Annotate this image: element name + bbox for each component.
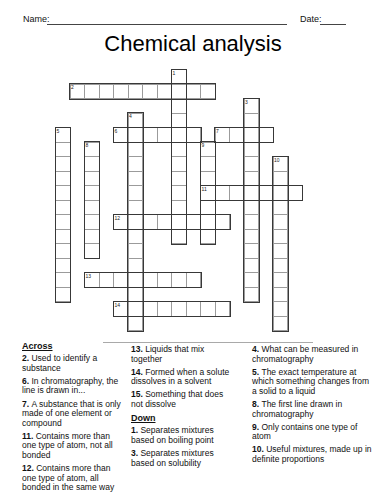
grid-cell[interactable] [244, 171, 260, 187]
grid-cell[interactable] [157, 301, 173, 317]
clue-column-left: Across2. Used to identify a substance6. … [22, 341, 126, 496]
grid-cell[interactable] [128, 113, 144, 129]
clue-11: 11. Contains more than one type of atom,… [22, 432, 126, 461]
grid-cell[interactable] [128, 142, 144, 158]
grid-cell[interactable] [244, 113, 260, 129]
grid-cell[interactable] [273, 200, 289, 216]
name-label: Name: [23, 14, 50, 24]
grid-cell[interactable] [200, 156, 216, 172]
date-label: Date: [300, 14, 322, 24]
grid-cell[interactable] [128, 200, 144, 216]
clue-10: 10. Useful mixtures, made up in definite… [252, 445, 372, 464]
grid-cell[interactable] [55, 229, 71, 245]
grid-cell[interactable] [55, 185, 71, 201]
grid-cell[interactable] [244, 243, 260, 259]
clue-3: 3. Separates mixtures based on solubilit… [131, 449, 232, 468]
grid-cell[interactable] [55, 142, 71, 158]
grid-cell[interactable] [200, 185, 216, 201]
grid-cell[interactable] [273, 214, 289, 230]
grid-cell[interactable] [244, 287, 260, 303]
grid-cell[interactable] [171, 142, 187, 158]
clue-1: 1. Separates mixtures based on boiling p… [131, 426, 232, 445]
down-header: Down [131, 413, 232, 423]
grid-cell[interactable] [244, 200, 260, 216]
grid-cell[interactable] [273, 185, 289, 201]
grid-cell[interactable] [171, 185, 187, 201]
grid-cell[interactable] [157, 214, 173, 230]
grid-cell[interactable] [215, 301, 231, 317]
grid-cell[interactable] [244, 127, 260, 143]
grid-cell[interactable] [200, 171, 216, 187]
clue-14: 14. Formed when a solute dissolves in a … [131, 368, 232, 387]
grid-cell[interactable] [84, 243, 100, 259]
grid-cell[interactable] [200, 200, 216, 216]
grid-cell[interactable] [244, 185, 260, 201]
clue-5: 5. The exact temperature at which someth… [252, 368, 372, 397]
grid-cell[interactable] [186, 272, 202, 288]
grid-cell[interactable] [171, 301, 187, 317]
grid-cell[interactable] [200, 301, 216, 317]
grid-cell[interactable] [171, 113, 187, 129]
grid-cell[interactable] [215, 185, 231, 201]
grid-cell[interactable] [229, 185, 245, 201]
clue-column-middle: 13. Liquids that mix together14. Formed … [131, 345, 232, 472]
grid-cell[interactable] [200, 84, 216, 100]
grid-cell[interactable] [171, 84, 187, 100]
grid-cell[interactable] [229, 127, 245, 143]
grid-cell[interactable] [113, 214, 129, 230]
grid-cell[interactable] [273, 287, 289, 303]
grid-cell[interactable] [171, 98, 187, 114]
grid-cell[interactable] [186, 84, 202, 100]
grid-cell[interactable] [128, 156, 144, 172]
grid-cell[interactable] [128, 84, 144, 100]
grid-cell[interactable] [273, 316, 289, 332]
grid-cell[interactable] [142, 214, 158, 230]
grid-cell[interactable] [244, 156, 260, 172]
grid-cell[interactable] [55, 287, 71, 303]
grid-cell[interactable] [84, 272, 100, 288]
clue-column-right: 4. What can be measured in chromatograph… [252, 345, 372, 468]
grid-cell[interactable] [186, 214, 202, 230]
grid-cell[interactable] [244, 272, 260, 288]
grid-cell[interactable] [84, 200, 100, 216]
grid-cell[interactable] [171, 156, 187, 172]
grid-cell[interactable] [128, 185, 144, 201]
clue-8: 8. The first line drawn in chromatograph… [252, 400, 372, 419]
grid-cell[interactable] [244, 214, 260, 230]
grid-cell[interactable] [113, 84, 129, 100]
grid-cell[interactable] [128, 243, 144, 259]
grid-cell[interactable] [200, 229, 216, 245]
grid-cell[interactable] [287, 185, 303, 201]
grid-cell[interactable] [128, 301, 144, 317]
grid-cell[interactable] [84, 229, 100, 245]
grid-cell[interactable] [70, 84, 86, 100]
grid-cell[interactable] [128, 316, 144, 332]
grid-cell[interactable] [55, 214, 71, 230]
grid-cell[interactable] [273, 301, 289, 317]
grid-cell[interactable] [157, 84, 173, 100]
grid-cell[interactable] [273, 229, 289, 245]
clue-9: 9. Only contains one type of atom [252, 423, 372, 442]
grid-cell[interactable] [215, 214, 231, 230]
grid-cell[interactable] [200, 142, 216, 158]
grid-cell[interactable] [273, 156, 289, 172]
date-blank-line[interactable] [320, 24, 346, 25]
grid-cell[interactable] [55, 243, 71, 259]
grid-cell[interactable] [55, 171, 71, 187]
clue-7: 7. A substance that is only made of one … [22, 400, 126, 429]
grid-cell[interactable] [171, 200, 187, 216]
grid-cell[interactable] [142, 127, 158, 143]
grid-cell[interactable] [113, 127, 129, 143]
clue-6: 6. In chromatography, the line is drawn … [22, 377, 126, 396]
grid-cell[interactable] [142, 301, 158, 317]
grid-cell[interactable] [171, 69, 187, 85]
grid-cell[interactable] [186, 301, 202, 317]
grid-cell[interactable] [55, 272, 71, 288]
section-divider [103, 342, 313, 343]
grid-cell[interactable] [171, 214, 187, 230]
grid-cell[interactable] [128, 229, 144, 245]
grid-cell[interactable] [273, 243, 289, 259]
grid-cell[interactable] [128, 272, 144, 288]
worksheet-page: Name: Date: Chemical analysis 1234567891… [0, 0, 386, 500]
grid-cell[interactable] [157, 127, 173, 143]
grid-cell[interactable] [142, 84, 158, 100]
grid-cell[interactable] [99, 84, 115, 100]
grid-cell[interactable] [84, 171, 100, 187]
grid-cell[interactable] [55, 200, 71, 216]
grid-cell[interactable] [186, 127, 202, 143]
clue-4: 4. What can be measured in chromatograph… [252, 345, 372, 364]
grid-cell[interactable] [244, 142, 260, 158]
grid-cell[interactable] [258, 127, 274, 143]
grid-cell[interactable] [171, 229, 187, 245]
grid-cell[interactable] [113, 272, 129, 288]
grid-cell[interactable] [55, 258, 71, 274]
grid-cell[interactable] [171, 127, 187, 143]
grid-cell[interactable] [84, 185, 100, 201]
name-blank-line[interactable] [47, 24, 287, 25]
grid-cell[interactable] [171, 171, 187, 187]
grid-cell[interactable] [84, 214, 100, 230]
grid-cell[interactable] [200, 214, 216, 230]
grid-cell[interactable] [128, 214, 144, 230]
grid-cell[interactable] [128, 127, 144, 143]
grid-cell[interactable] [273, 272, 289, 288]
grid-cell[interactable] [157, 272, 173, 288]
grid-cell[interactable] [84, 156, 100, 172]
across-header: Across [22, 341, 126, 351]
page-title: Chemical analysis [0, 31, 386, 57]
grid-cell[interactable] [84, 142, 100, 158]
grid-cell[interactable] [273, 171, 289, 187]
grid-cell[interactable] [99, 272, 115, 288]
grid-cell[interactable] [142, 272, 158, 288]
clue-2: 2. Used to identify a substance [22, 354, 126, 373]
grid-cell[interactable] [258, 185, 274, 201]
grid-cell[interactable] [128, 287, 144, 303]
grid-cell[interactable] [171, 272, 187, 288]
clue-13: 13. Liquids that mix together [131, 345, 232, 364]
grid-cell[interactable] [55, 156, 71, 172]
grid-cell[interactable] [273, 258, 289, 274]
clue-12: 12. Contains more than one type of atom,… [22, 464, 126, 493]
grid-cell[interactable] [215, 127, 231, 143]
grid-cell[interactable] [128, 258, 144, 274]
grid-cell[interactable] [113, 301, 129, 317]
grid-cell[interactable] [128, 171, 144, 187]
grid-cell[interactable] [244, 98, 260, 114]
grid-cell[interactable] [244, 229, 260, 245]
grid-cell[interactable] [84, 84, 100, 100]
grid-cell[interactable] [55, 127, 71, 143]
grid-cell[interactable] [244, 258, 260, 274]
clue-15: 15. Something that does not dissolve [131, 390, 232, 409]
